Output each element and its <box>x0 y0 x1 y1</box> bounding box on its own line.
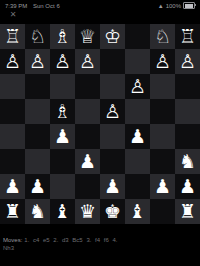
square-d3[interactable]: ♟ <box>75 149 100 174</box>
black-pawn-piece: ♙ <box>150 49 175 74</box>
square-f6[interactable]: ♙ <box>125 74 150 99</box>
square-e4[interactable] <box>100 124 125 149</box>
square-g4[interactable] <box>150 124 175 149</box>
black-rook-piece: ♖ <box>175 24 200 49</box>
square-c4[interactable]: ♟ <box>50 124 75 149</box>
square-e7[interactable] <box>100 49 125 74</box>
square-h6[interactable] <box>175 74 200 99</box>
chess-board: ♖♘♗♕♔♘♖♙♙♙♙♙♙♙♗♙♟♟♟♞♟♟♟♟♟♜♞♝♛♚♝♜ <box>0 24 200 224</box>
square-a4[interactable] <box>0 124 25 149</box>
square-d4[interactable] <box>75 124 100 149</box>
square-b2[interactable]: ♟ <box>25 174 50 199</box>
black-pawn-piece: ♙ <box>100 99 125 124</box>
square-f2[interactable] <box>125 174 150 199</box>
black-bishop-piece: ♗ <box>50 24 75 49</box>
square-g2[interactable]: ♟ <box>150 174 175 199</box>
white-pawn-piece: ♟ <box>75 149 100 174</box>
white-king-piece: ♚ <box>100 199 125 224</box>
square-g6[interactable] <box>150 74 175 99</box>
square-a3[interactable] <box>0 149 25 174</box>
square-c2[interactable] <box>50 174 75 199</box>
square-g1[interactable] <box>150 199 175 224</box>
status-left: 7:39 PM Sun Oct 6 <box>5 3 64 9</box>
square-c6[interactable] <box>50 74 75 99</box>
status-date: Sun Oct 6 <box>33 3 60 9</box>
black-pawn-piece: ♙ <box>75 49 100 74</box>
square-c3[interactable] <box>50 149 75 174</box>
square-f1[interactable]: ♝ <box>125 199 150 224</box>
square-h5[interactable] <box>175 99 200 124</box>
square-f7[interactable] <box>125 49 150 74</box>
white-bishop-piece: ♝ <box>50 199 75 224</box>
square-a8[interactable]: ♖ <box>0 24 25 49</box>
square-a5[interactable] <box>0 99 25 124</box>
square-c1[interactable]: ♝ <box>50 199 75 224</box>
white-knight-piece: ♞ <box>175 149 200 174</box>
move-list: Moves:1. c4 e5 2. d3 Bc5 3. f4 f6 4. Nh3 <box>3 236 129 252</box>
status-time: 7:39 PM <box>5 3 27 9</box>
square-d1[interactable]: ♛ <box>75 199 100 224</box>
square-d6[interactable] <box>75 74 100 99</box>
square-d7[interactable]: ♙ <box>75 49 100 74</box>
square-b3[interactable] <box>25 149 50 174</box>
square-e6[interactable] <box>100 74 125 99</box>
square-f5[interactable] <box>125 99 150 124</box>
black-bishop-piece: ♗ <box>50 99 75 124</box>
square-f4[interactable]: ♟ <box>125 124 150 149</box>
square-a2[interactable]: ♟ <box>0 174 25 199</box>
square-e1[interactable]: ♚ <box>100 199 125 224</box>
square-d8[interactable]: ♕ <box>75 24 100 49</box>
white-knight-piece: ♞ <box>25 199 50 224</box>
square-e3[interactable] <box>100 149 125 174</box>
white-pawn-piece: ♟ <box>25 174 50 199</box>
square-e2[interactable]: ♟ <box>100 174 125 199</box>
status-bar: 7:39 PM Sun Oct 6 ▲ 100% <box>0 1 200 10</box>
square-b5[interactable] <box>25 99 50 124</box>
black-rook-piece: ♖ <box>0 24 25 49</box>
white-queen-piece: ♛ <box>75 199 100 224</box>
black-pawn-piece: ♙ <box>25 49 50 74</box>
white-pawn-piece: ♟ <box>125 124 150 149</box>
move-list-label: Moves: <box>3 237 22 243</box>
black-queen-piece: ♕ <box>75 24 100 49</box>
square-b6[interactable] <box>25 74 50 99</box>
square-a7[interactable]: ♙ <box>0 49 25 74</box>
white-pawn-piece: ♟ <box>100 174 125 199</box>
white-rook-piece: ♜ <box>0 199 25 224</box>
square-b1[interactable]: ♞ <box>25 199 50 224</box>
square-c5[interactable]: ♗ <box>50 99 75 124</box>
square-h3[interactable]: ♞ <box>175 149 200 174</box>
square-h1[interactable]: ♜ <box>175 199 200 224</box>
black-knight-piece: ♘ <box>25 24 50 49</box>
black-pawn-piece: ♙ <box>125 74 150 99</box>
black-king-piece: ♔ <box>100 24 125 49</box>
square-c8[interactable]: ♗ <box>50 24 75 49</box>
black-pawn-piece: ♙ <box>0 49 25 74</box>
white-bishop-piece: ♝ <box>125 199 150 224</box>
square-e5[interactable]: ♙ <box>100 99 125 124</box>
white-pawn-piece: ♟ <box>150 174 175 199</box>
square-g5[interactable] <box>150 99 175 124</box>
square-e8[interactable]: ♔ <box>100 24 125 49</box>
wifi-icon: ▲ <box>158 3 164 9</box>
square-b4[interactable] <box>25 124 50 149</box>
close-icon: ✕ <box>10 10 17 19</box>
square-g8[interactable]: ♘ <box>150 24 175 49</box>
close-button[interactable]: ✕ <box>8 10 18 20</box>
square-b8[interactable]: ♘ <box>25 24 50 49</box>
square-h2[interactable]: ♟ <box>175 174 200 199</box>
square-h8[interactable]: ♖ <box>175 24 200 49</box>
square-h4[interactable] <box>175 124 200 149</box>
white-pawn-piece: ♟ <box>50 124 75 149</box>
square-g7[interactable]: ♙ <box>150 49 175 74</box>
square-a6[interactable] <box>0 74 25 99</box>
black-pawn-piece: ♙ <box>175 49 200 74</box>
black-pawn-piece: ♙ <box>50 49 75 74</box>
square-d2[interactable] <box>75 174 100 199</box>
square-f3[interactable] <box>125 149 150 174</box>
black-knight-piece: ♘ <box>150 24 175 49</box>
white-pawn-piece: ♟ <box>0 174 25 199</box>
square-h7[interactable]: ♙ <box>175 49 200 74</box>
battery-icon <box>183 2 195 9</box>
square-g3[interactable] <box>150 149 175 174</box>
square-c7[interactable]: ♙ <box>50 49 75 74</box>
square-d5[interactable] <box>75 99 100 124</box>
status-right: ▲ 100% <box>158 2 195 9</box>
square-a1[interactable]: ♜ <box>0 199 25 224</box>
square-f8[interactable] <box>125 24 150 49</box>
battery-percent: 100% <box>166 3 181 9</box>
white-rook-piece: ♜ <box>175 199 200 224</box>
square-b7[interactable]: ♙ <box>25 49 50 74</box>
white-pawn-piece: ♟ <box>175 174 200 199</box>
